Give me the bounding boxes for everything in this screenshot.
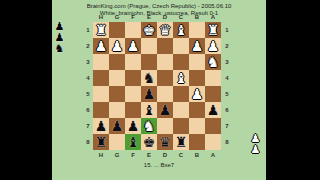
square-g7: ♟ xyxy=(109,118,125,134)
square-f1 xyxy=(125,22,141,38)
square-d2 xyxy=(157,38,173,54)
square-b1 xyxy=(189,22,205,38)
rank-label-1: 1 xyxy=(223,22,231,38)
square-g1 xyxy=(109,22,125,38)
piece-wN-a3: ♞ xyxy=(205,54,221,70)
piece-wP-b5: ♟ xyxy=(189,86,205,102)
square-e2 xyxy=(141,38,157,54)
square-a5 xyxy=(205,86,221,102)
rank-label-6: 6 xyxy=(223,102,231,118)
file-label-h: H xyxy=(93,14,109,20)
file-label-f: F xyxy=(125,14,141,20)
square-h3 xyxy=(93,54,109,70)
piece-wN-e7: ♞ xyxy=(141,118,157,134)
piece-bB-e6: ♝ xyxy=(141,102,157,118)
piece-bP-g7: ♟ xyxy=(109,118,125,134)
file-label-d: D xyxy=(157,14,173,20)
square-b5: ♟ xyxy=(189,86,205,102)
file-label-g: G xyxy=(109,14,125,20)
square-h8: ♜ xyxy=(93,134,109,150)
piece-bP-e5: ♟ xyxy=(141,86,157,102)
piece-bQ-d8: ♛ xyxy=(157,134,173,150)
square-b8 xyxy=(189,134,205,150)
rank-label-3: 3 xyxy=(84,54,92,70)
square-c5 xyxy=(173,86,189,102)
square-c1: ♝ xyxy=(173,22,189,38)
file-labels-top: HGFEDCBA xyxy=(93,14,221,20)
square-d6: ♟ xyxy=(157,102,173,118)
square-d3 xyxy=(157,54,173,70)
square-h2: ♟ xyxy=(93,38,109,54)
square-e1: ♚ xyxy=(141,22,157,38)
square-h1: ♜ xyxy=(93,22,109,38)
piece-bR-h8: ♜ xyxy=(93,134,109,150)
square-h5 xyxy=(93,86,109,102)
captured-piece-wP: ♟ xyxy=(249,144,262,155)
chess-board: ♜♚♛♝♜♟♟♟♟♟♞♞♝♟♟♝♟♟♟♟♟♞♜♝♚♛♜ xyxy=(93,22,221,150)
square-c7 xyxy=(173,118,189,134)
rank-label-3: 3 xyxy=(223,54,231,70)
piece-bP-d6: ♟ xyxy=(157,102,173,118)
file-labels-bottom: HGFEDCBA xyxy=(93,152,221,158)
square-c2 xyxy=(173,38,189,54)
square-g8 xyxy=(109,134,125,150)
file-label-a: A xyxy=(205,14,221,20)
piece-bP-h7: ♟ xyxy=(93,118,109,134)
piece-wR-a1: ♜ xyxy=(205,22,221,38)
square-f5 xyxy=(125,86,141,102)
square-g2: ♟ xyxy=(109,38,125,54)
piece-wB-c1: ♝ xyxy=(173,22,189,38)
captured-white-pieces-tray: ♟♟ xyxy=(249,133,262,155)
piece-wR-h1: ♜ xyxy=(93,22,109,38)
file-label-f: F xyxy=(125,152,141,158)
square-b3 xyxy=(189,54,205,70)
square-h4 xyxy=(93,70,109,86)
file-label-b: B xyxy=(189,152,205,158)
square-g5 xyxy=(109,86,125,102)
piece-wP-b2: ♟ xyxy=(189,38,205,54)
square-a2: ♟ xyxy=(205,38,221,54)
piece-wP-g2: ♟ xyxy=(109,38,125,54)
file-label-a: A xyxy=(205,152,221,158)
square-f4 xyxy=(125,70,141,86)
square-d1: ♛ xyxy=(157,22,173,38)
square-g3 xyxy=(109,54,125,70)
square-f2: ♟ xyxy=(125,38,141,54)
square-a4 xyxy=(205,70,221,86)
square-a7 xyxy=(205,118,221,134)
square-d4 xyxy=(157,70,173,86)
rank-label-4: 4 xyxy=(223,70,231,86)
video-frame: BrainKing.com (Prague, Czech Republic) -… xyxy=(0,0,320,180)
square-d7 xyxy=(157,118,173,134)
square-e6: ♝ xyxy=(141,102,157,118)
rank-label-4: 4 xyxy=(84,70,92,86)
piece-bR-c8: ♜ xyxy=(173,134,189,150)
captured-piece-bN: ♞ xyxy=(53,43,66,54)
square-a1: ♜ xyxy=(205,22,221,38)
square-h6 xyxy=(93,102,109,118)
file-label-d: D xyxy=(157,152,173,158)
rank-label-8: 8 xyxy=(223,134,231,150)
square-b6 xyxy=(189,102,205,118)
file-label-b: B xyxy=(189,14,205,20)
rank-label-7: 7 xyxy=(84,118,92,134)
piece-wP-f2: ♟ xyxy=(125,38,141,54)
piece-wQ-d1: ♛ xyxy=(157,22,173,38)
square-f8: ♝ xyxy=(125,134,141,150)
file-label-c: C xyxy=(173,14,189,20)
piece-bB-f8: ♝ xyxy=(125,134,141,150)
file-label-c: C xyxy=(173,152,189,158)
square-g4 xyxy=(109,70,125,86)
file-label-h: H xyxy=(93,152,109,158)
square-b7 xyxy=(189,118,205,134)
piece-wP-h2: ♟ xyxy=(93,38,109,54)
square-d8: ♛ xyxy=(157,134,173,150)
square-b2: ♟ xyxy=(189,38,205,54)
rank-label-2: 2 xyxy=(84,38,92,54)
piece-bK-e8: ♚ xyxy=(141,134,157,150)
square-e8: ♚ xyxy=(141,134,157,150)
square-a6: ♟ xyxy=(205,102,221,118)
square-e3 xyxy=(141,54,157,70)
file-label-g: G xyxy=(109,152,125,158)
square-b4 xyxy=(189,70,205,86)
piece-wB-c4: ♝ xyxy=(173,70,189,86)
captured-black-pieces-tray: ♟♟♞ xyxy=(53,21,66,54)
square-a3: ♞ xyxy=(205,54,221,70)
square-f6 xyxy=(125,102,141,118)
square-f3 xyxy=(125,54,141,70)
rank-label-5: 5 xyxy=(84,86,92,102)
game-header-site-date: BrainKing.com (Prague, Czech Republic) -… xyxy=(52,3,266,10)
square-e5: ♟ xyxy=(141,86,157,102)
file-label-e: E xyxy=(141,152,157,158)
piece-bP-a6: ♟ xyxy=(205,102,221,118)
piece-bP-f7: ♟ xyxy=(125,118,141,134)
square-h7: ♟ xyxy=(93,118,109,134)
square-e4: ♞ xyxy=(141,70,157,86)
rank-label-2: 2 xyxy=(223,38,231,54)
square-c6 xyxy=(173,102,189,118)
piece-bN-e4: ♞ xyxy=(141,70,157,86)
piece-wP-a2: ♟ xyxy=(205,38,221,54)
rank-label-1: 1 xyxy=(84,22,92,38)
piece-wK-e1: ♚ xyxy=(141,22,157,38)
square-c8: ♜ xyxy=(173,134,189,150)
rank-label-7: 7 xyxy=(223,118,231,134)
square-e7: ♞ xyxy=(141,118,157,134)
square-a8 xyxy=(205,134,221,150)
square-d5 xyxy=(157,86,173,102)
rank-label-8: 8 xyxy=(84,134,92,150)
rank-label-5: 5 xyxy=(223,86,231,102)
file-label-e: E xyxy=(141,14,157,20)
square-g6 xyxy=(109,102,125,118)
square-c4: ♝ xyxy=(173,70,189,86)
rank-label-6: 6 xyxy=(84,102,92,118)
square-f7: ♟ xyxy=(125,118,141,134)
square-c3 xyxy=(173,54,189,70)
